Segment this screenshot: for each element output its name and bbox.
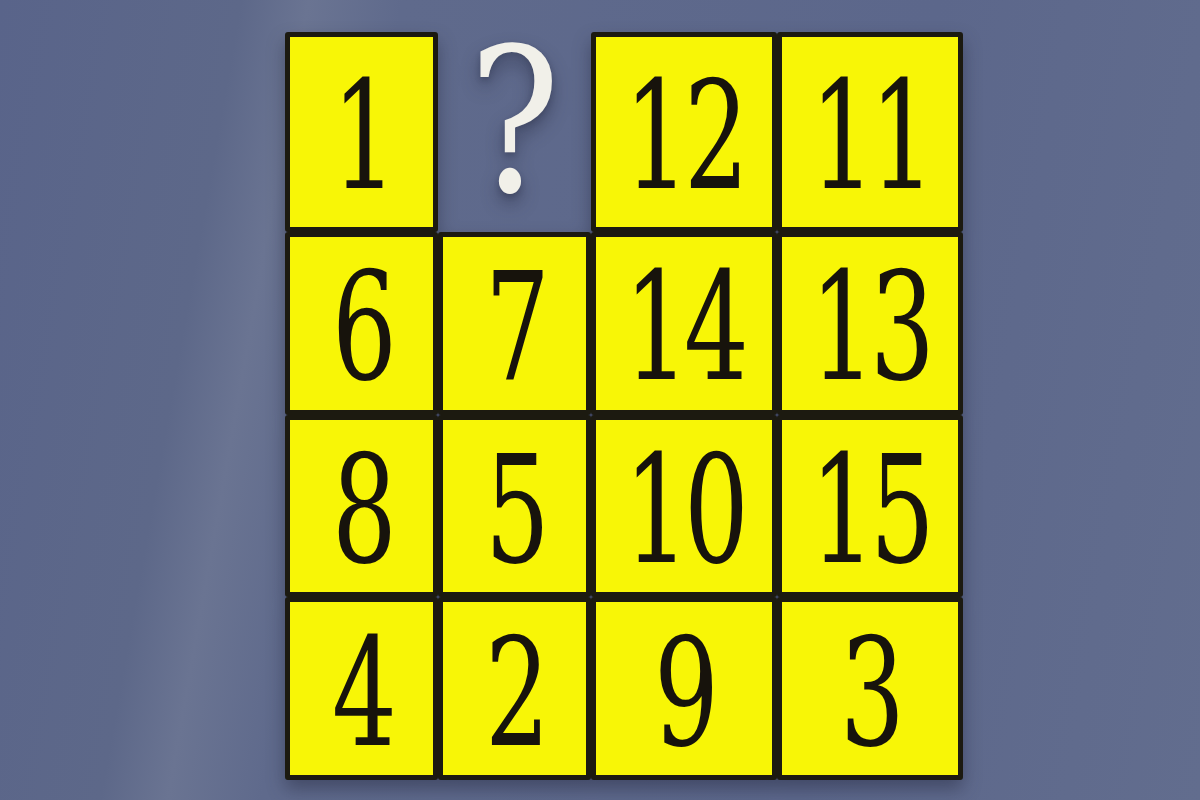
cell-r4c1: 4 bbox=[285, 597, 438, 780]
tile-number: 4 bbox=[332, 610, 392, 768]
cell-r1c3: 12 bbox=[591, 32, 777, 232]
tile-number: 2 bbox=[485, 610, 545, 768]
tile-number: 10 bbox=[624, 427, 744, 585]
cell-r3c3: 10 bbox=[591, 415, 777, 598]
tile-number: 8 bbox=[332, 427, 392, 585]
cell-r3c4: 15 bbox=[777, 415, 963, 598]
cell-r4c4: 3 bbox=[777, 597, 963, 780]
tile-number: 14 bbox=[624, 244, 744, 402]
tile-number: 7 bbox=[485, 244, 545, 402]
puzzle-board: 1?12116714138510154293 bbox=[285, 32, 963, 780]
cell-r1c2: ? bbox=[438, 32, 591, 232]
cell-r2c3: 14 bbox=[591, 232, 777, 415]
cell-r1c1: 1 bbox=[285, 32, 438, 232]
tile-number: 13 bbox=[810, 244, 930, 402]
tile-number: 9 bbox=[654, 610, 714, 768]
question-mark: ? bbox=[469, 22, 560, 222]
cell-r3c1: 8 bbox=[285, 415, 438, 598]
tile-number: 12 bbox=[624, 53, 744, 211]
tile-number: 11 bbox=[810, 53, 930, 211]
tile-number: 1 bbox=[332, 53, 392, 211]
cell-r2c1: 6 bbox=[285, 232, 438, 415]
tile-number: 15 bbox=[810, 427, 930, 585]
cell-r3c2: 5 bbox=[438, 415, 591, 598]
tile-number: 6 bbox=[332, 244, 392, 402]
cell-r2c4: 13 bbox=[777, 232, 963, 415]
tile-number: 5 bbox=[485, 427, 545, 585]
cell-r1c4: 11 bbox=[777, 32, 963, 232]
cell-r4c3: 9 bbox=[591, 597, 777, 780]
cell-r4c2: 2 bbox=[438, 597, 591, 780]
tile-number: 3 bbox=[840, 610, 900, 768]
cell-r2c2: 7 bbox=[438, 232, 591, 415]
